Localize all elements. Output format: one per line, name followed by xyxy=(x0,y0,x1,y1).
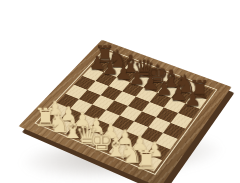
square-b2: ♟ xyxy=(61,109,83,124)
square-d7: ♟ xyxy=(130,74,151,88)
square-h5 xyxy=(171,113,193,129)
chess-photo-scene: ♜♞♝♛♚♝♞♜♟♟♟♟♟♟♟♟♟♟♟♟♟♟♟♟♜♞♝♛♚♝♞♜ xyxy=(0,0,240,183)
